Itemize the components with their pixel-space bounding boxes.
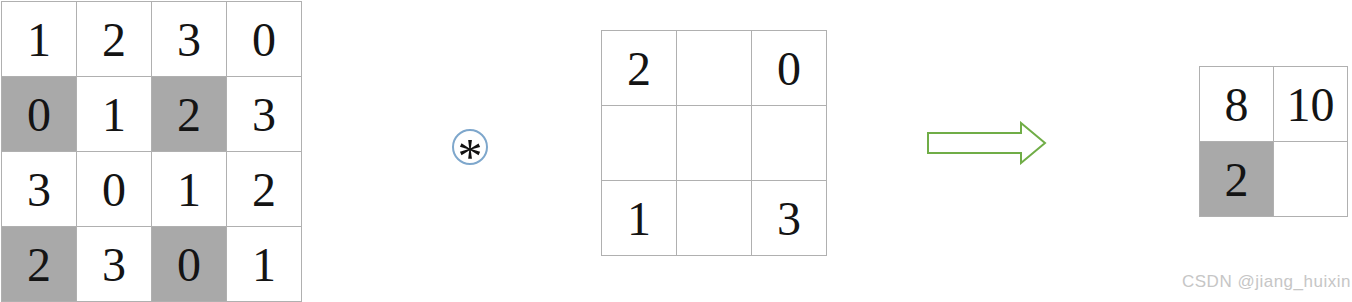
cell-r2c1: 0 bbox=[2, 77, 77, 152]
cell-r3c4: 2 bbox=[227, 152, 302, 227]
cell-r2c2: 1 bbox=[77, 77, 152, 152]
cell-r2c1: 2 bbox=[1200, 142, 1274, 217]
cell-r3c3: 3 bbox=[752, 181, 827, 256]
cell-r2c3: 2 bbox=[152, 77, 227, 152]
cell-r3c3: 1 bbox=[152, 152, 227, 227]
cell-r2c3 bbox=[752, 106, 827, 181]
cell-r3c1: 1 bbox=[602, 181, 677, 256]
cell-r1c1: 1 bbox=[2, 2, 77, 77]
cell-r1c2 bbox=[677, 31, 752, 106]
cell-r1c2: 2 bbox=[77, 2, 152, 77]
cell-r4c4: 1 bbox=[227, 227, 302, 302]
cell-r2c1 bbox=[602, 106, 677, 181]
cell-r1c3: 3 bbox=[152, 2, 227, 77]
cell-r3c2 bbox=[677, 181, 752, 256]
circled-asterisk-icon: * bbox=[458, 131, 483, 181]
cell-r4c3: 0 bbox=[152, 227, 227, 302]
cell-r3c1: 3 bbox=[2, 152, 77, 227]
output-matrix: 8102 bbox=[1199, 66, 1348, 217]
convolution-operator: * bbox=[452, 129, 488, 165]
cell-r4c2: 3 bbox=[77, 227, 152, 302]
cell-r3c2: 0 bbox=[77, 152, 152, 227]
cell-r1c4: 0 bbox=[227, 2, 302, 77]
watermark: CSDN @jiang_huixin bbox=[1182, 272, 1351, 292]
input-matrix: 1230012330122301 bbox=[1, 1, 302, 302]
kernel-matrix: 2013 bbox=[601, 30, 827, 256]
cell-r2c4: 3 bbox=[227, 77, 302, 152]
cell-r1c3: 0 bbox=[752, 31, 827, 106]
cell-r4c1: 2 bbox=[2, 227, 77, 302]
cell-r1c2: 10 bbox=[1274, 67, 1348, 142]
cell-r2c2 bbox=[677, 106, 752, 181]
cell-r1c1: 2 bbox=[602, 31, 677, 106]
arrow-right-icon bbox=[926, 121, 1048, 165]
arrow-right-shape bbox=[928, 123, 1045, 163]
cell-r2c2 bbox=[1274, 142, 1348, 217]
cell-r1c1: 8 bbox=[1200, 67, 1274, 142]
